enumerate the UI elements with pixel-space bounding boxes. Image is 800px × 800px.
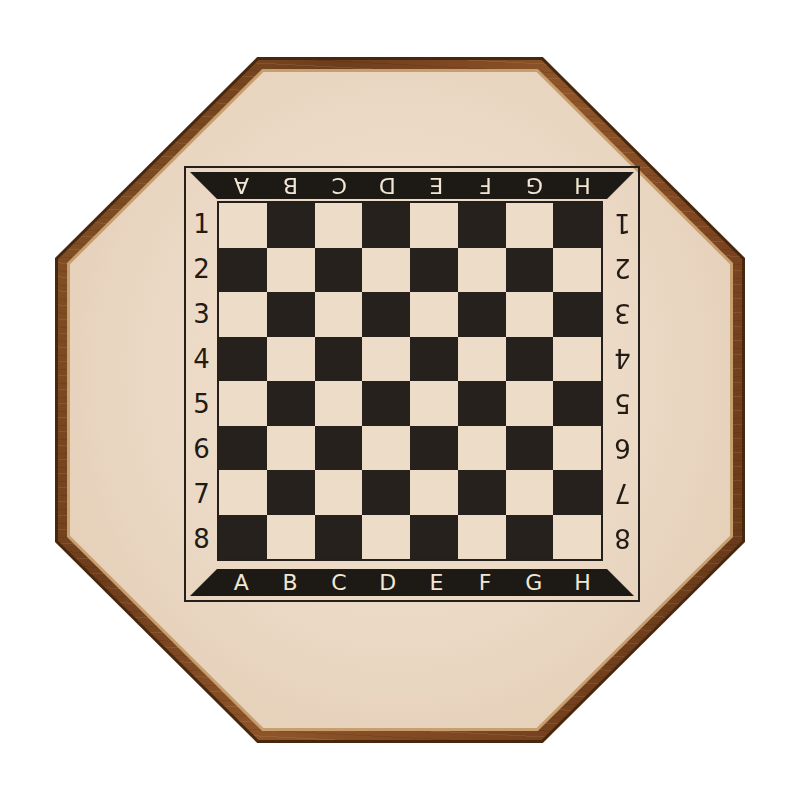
square-h6[interactable]: [553, 426, 601, 471]
square-c8[interactable]: [315, 515, 363, 560]
product-photo: ABCDEFGH ABCDEFGH 12345678 12345678: [0, 0, 800, 800]
square-g6[interactable]: [506, 426, 554, 471]
square-a5[interactable]: [219, 381, 267, 426]
square-f4[interactable]: [458, 337, 506, 382]
rank-label-1-right: 1: [607, 201, 638, 246]
square-c4[interactable]: [315, 337, 363, 382]
square-e7[interactable]: [410, 470, 458, 515]
rank-label-5-right: 5: [607, 381, 638, 426]
square-e2[interactable]: [410, 248, 458, 293]
rank-label-2-right: 2: [607, 246, 638, 291]
square-f7[interactable]: [458, 470, 506, 515]
square-e5[interactable]: [410, 381, 458, 426]
square-b5[interactable]: [267, 381, 315, 426]
rank-label-7-right: 7: [607, 471, 638, 516]
rank-label-3-left: 3: [186, 291, 217, 336]
square-a2[interactable]: [219, 248, 267, 293]
square-d1[interactable]: [362, 203, 410, 248]
rank-label-4-left: 4: [186, 336, 217, 381]
file-label-h-bottom: H: [558, 569, 607, 596]
printed-board-outline: ABCDEFGH ABCDEFGH 12345678 12345678: [184, 166, 640, 602]
rank-label-8-left: 8: [186, 516, 217, 561]
square-d2[interactable]: [362, 248, 410, 293]
chess-board: [217, 201, 603, 561]
square-b7[interactable]: [267, 470, 315, 515]
square-f1[interactable]: [458, 203, 506, 248]
square-g7[interactable]: [506, 470, 554, 515]
square-a1[interactable]: [219, 203, 267, 248]
square-e8[interactable]: [410, 515, 458, 560]
square-c2[interactable]: [315, 248, 363, 293]
file-labels-bottom: ABCDEFGH: [217, 569, 607, 596]
file-label-a-bottom: A: [217, 569, 266, 596]
square-a7[interactable]: [219, 470, 267, 515]
rank-labels-left: 12345678: [186, 201, 217, 561]
file-labels-top: ABCDEFGH: [217, 172, 607, 199]
file-label-f-top: F: [461, 172, 510, 199]
file-label-c-bottom: C: [315, 569, 364, 596]
rank-label-4-right: 4: [607, 336, 638, 381]
square-g2[interactable]: [506, 248, 554, 293]
square-b8[interactable]: [267, 515, 315, 560]
square-e3[interactable]: [410, 292, 458, 337]
square-b1[interactable]: [267, 203, 315, 248]
square-e1[interactable]: [410, 203, 458, 248]
square-g3[interactable]: [506, 292, 554, 337]
square-f8[interactable]: [458, 515, 506, 560]
square-d5[interactable]: [362, 381, 410, 426]
square-h7[interactable]: [553, 470, 601, 515]
square-f3[interactable]: [458, 292, 506, 337]
square-h1[interactable]: [553, 203, 601, 248]
square-d6[interactable]: [362, 426, 410, 471]
file-label-g-top: G: [510, 172, 559, 199]
rank-label-5-left: 5: [186, 381, 217, 426]
square-e6[interactable]: [410, 426, 458, 471]
square-a6[interactable]: [219, 426, 267, 471]
square-g8[interactable]: [506, 515, 554, 560]
rank-label-7-left: 7: [186, 471, 217, 516]
file-label-b-top: B: [266, 172, 315, 199]
square-b3[interactable]: [267, 292, 315, 337]
rank-label-8-right: 8: [607, 516, 638, 561]
file-label-e-top: E: [412, 172, 461, 199]
square-b4[interactable]: [267, 337, 315, 382]
square-c1[interactable]: [315, 203, 363, 248]
rank-label-6-right: 6: [607, 426, 638, 471]
file-label-h-top: H: [558, 172, 607, 199]
square-b6[interactable]: [267, 426, 315, 471]
square-c7[interactable]: [315, 470, 363, 515]
square-h5[interactable]: [553, 381, 601, 426]
square-a3[interactable]: [219, 292, 267, 337]
square-d8[interactable]: [362, 515, 410, 560]
rank-label-1-left: 1: [186, 201, 217, 246]
file-label-f-bottom: F: [461, 569, 510, 596]
file-label-g-bottom: G: [510, 569, 559, 596]
rank-label-3-right: 3: [607, 291, 638, 336]
square-g5[interactable]: [506, 381, 554, 426]
square-d4[interactable]: [362, 337, 410, 382]
rank-label-6-left: 6: [186, 426, 217, 471]
square-e4[interactable]: [410, 337, 458, 382]
file-label-d-bottom: D: [363, 569, 412, 596]
square-f2[interactable]: [458, 248, 506, 293]
square-c3[interactable]: [315, 292, 363, 337]
rank-label-2-left: 2: [186, 246, 217, 291]
file-label-d-top: D: [363, 172, 412, 199]
square-c6[interactable]: [315, 426, 363, 471]
square-f6[interactable]: [458, 426, 506, 471]
square-h4[interactable]: [553, 337, 601, 382]
square-g4[interactable]: [506, 337, 554, 382]
square-g1[interactable]: [506, 203, 554, 248]
square-d7[interactable]: [362, 470, 410, 515]
file-label-c-top: C: [315, 172, 364, 199]
square-h3[interactable]: [553, 292, 601, 337]
letter-band-bottom: ABCDEFGH: [190, 569, 634, 596]
file-label-b-bottom: B: [266, 569, 315, 596]
square-a8[interactable]: [219, 515, 267, 560]
square-b2[interactable]: [267, 248, 315, 293]
square-a4[interactable]: [219, 337, 267, 382]
square-h8[interactable]: [553, 515, 601, 560]
square-f5[interactable]: [458, 381, 506, 426]
square-d3[interactable]: [362, 292, 410, 337]
square-h2[interactable]: [553, 248, 601, 293]
rank-labels-right: 12345678: [607, 201, 638, 561]
letter-band-top: ABCDEFGH: [190, 172, 634, 199]
square-c5[interactable]: [315, 381, 363, 426]
file-label-a-top: A: [217, 172, 266, 199]
file-label-e-bottom: E: [412, 569, 461, 596]
